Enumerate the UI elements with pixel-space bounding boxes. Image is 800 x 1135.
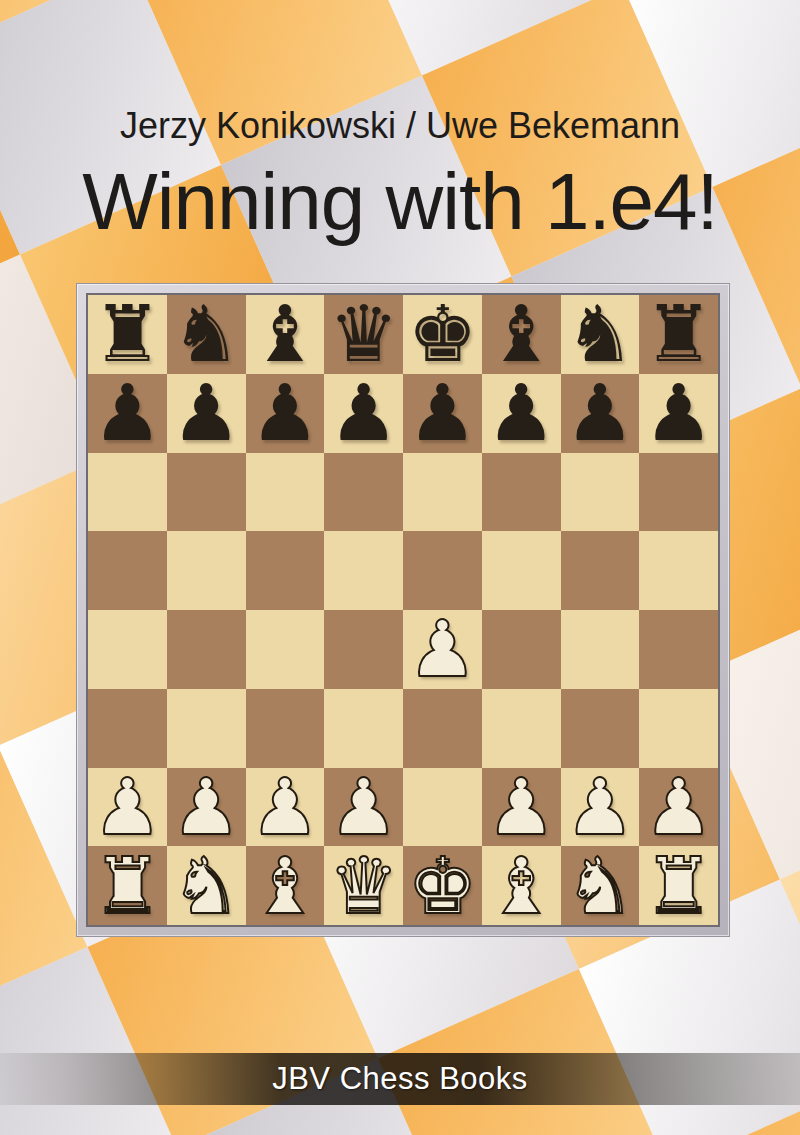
- square-d6: [324, 453, 403, 532]
- square-h5: [639, 531, 718, 610]
- square-f4: [482, 610, 561, 689]
- square-c3: [246, 689, 325, 768]
- square-a6: [88, 453, 167, 532]
- black-pawn-piece: ♟: [250, 374, 320, 452]
- square-c2: ♟: [246, 768, 325, 847]
- square-e7: ♟: [403, 374, 482, 453]
- black-queen-piece: ♛: [329, 295, 399, 373]
- black-rook-piece: ♜: [92, 295, 162, 373]
- square-a5: [88, 531, 167, 610]
- square-h3: [639, 689, 718, 768]
- square-f3: [482, 689, 561, 768]
- white-pawn-piece: ♟: [92, 768, 162, 846]
- black-king-piece: ♚: [407, 295, 477, 373]
- square-c6: [246, 453, 325, 532]
- white-bishop-piece: ♝: [486, 847, 556, 925]
- square-a4: [88, 610, 167, 689]
- square-e5: [403, 531, 482, 610]
- square-b7: ♟: [167, 374, 246, 453]
- white-pawn-piece: ♟: [486, 768, 556, 846]
- square-c1: ♝: [246, 846, 325, 925]
- square-b1: ♞: [167, 846, 246, 925]
- white-queen-piece: ♛: [329, 847, 399, 925]
- square-d4: [324, 610, 403, 689]
- square-e2: [403, 768, 482, 847]
- white-king-piece: ♚: [407, 847, 477, 925]
- book-title: Winning with 1.e4!: [0, 162, 800, 242]
- black-pawn-piece: ♟: [644, 374, 714, 452]
- chessboard-frame: ♜♞♝♛♚♝♞♜♟♟♟♟♟♟♟♟♟♟♟♟♟♟♟♟♜♞♝♛♚♝♞♜: [76, 283, 730, 937]
- black-pawn-piece: ♟: [565, 374, 635, 452]
- square-g4: [561, 610, 640, 689]
- black-pawn-piece: ♟: [329, 374, 399, 452]
- square-a1: ♜: [88, 846, 167, 925]
- black-knight-piece: ♞: [171, 295, 241, 373]
- square-f2: ♟: [482, 768, 561, 847]
- square-a2: ♟: [88, 768, 167, 847]
- square-h6: [639, 453, 718, 532]
- square-a7: ♟: [88, 374, 167, 453]
- white-pawn-piece: ♟: [250, 768, 320, 846]
- square-b8: ♞: [167, 295, 246, 374]
- square-h8: ♜: [639, 295, 718, 374]
- white-knight-piece: ♞: [565, 847, 635, 925]
- square-g7: ♟: [561, 374, 640, 453]
- square-h1: ♜: [639, 846, 718, 925]
- square-d7: ♟: [324, 374, 403, 453]
- square-d2: ♟: [324, 768, 403, 847]
- black-pawn-piece: ♟: [92, 374, 162, 452]
- white-pawn-piece: ♟: [329, 768, 399, 846]
- square-d1: ♛: [324, 846, 403, 925]
- square-h2: ♟: [639, 768, 718, 847]
- square-h7: ♟: [639, 374, 718, 453]
- square-f8: ♝: [482, 295, 561, 374]
- publisher-name: JBV Chess Books: [272, 1061, 528, 1097]
- square-f5: [482, 531, 561, 610]
- black-pawn-piece: ♟: [171, 374, 241, 452]
- book-cover: Jerzy Konikowski / Uwe Bekemann Winning …: [0, 0, 800, 1135]
- square-d8: ♛: [324, 295, 403, 374]
- black-rook-piece: ♜: [644, 295, 714, 373]
- square-b5: [167, 531, 246, 610]
- square-h4: [639, 610, 718, 689]
- square-e4: ♟: [403, 610, 482, 689]
- authors-line: Jerzy Konikowski / Uwe Bekemann: [0, 108, 800, 144]
- square-c4: [246, 610, 325, 689]
- white-pawn-piece: ♟: [407, 610, 477, 688]
- square-b2: ♟: [167, 768, 246, 847]
- white-pawn-piece: ♟: [644, 768, 714, 846]
- square-b6: [167, 453, 246, 532]
- square-g5: [561, 531, 640, 610]
- square-a8: ♜: [88, 295, 167, 374]
- square-g3: [561, 689, 640, 768]
- square-f7: ♟: [482, 374, 561, 453]
- square-d3: [324, 689, 403, 768]
- square-c5: [246, 531, 325, 610]
- square-c7: ♟: [246, 374, 325, 453]
- square-g1: ♞: [561, 846, 640, 925]
- square-e6: [403, 453, 482, 532]
- square-b3: [167, 689, 246, 768]
- square-e3: [403, 689, 482, 768]
- white-pawn-piece: ♟: [565, 768, 635, 846]
- square-d5: [324, 531, 403, 610]
- black-pawn-piece: ♟: [486, 374, 556, 452]
- white-rook-piece: ♜: [92, 847, 162, 925]
- square-b4: [167, 610, 246, 689]
- square-c8: ♝: [246, 295, 325, 374]
- chess-board: ♜♞♝♛♚♝♞♜♟♟♟♟♟♟♟♟♟♟♟♟♟♟♟♟♜♞♝♛♚♝♞♜: [86, 293, 720, 927]
- square-a3: [88, 689, 167, 768]
- black-bishop-piece: ♝: [486, 295, 556, 373]
- square-g8: ♞: [561, 295, 640, 374]
- black-bishop-piece: ♝: [250, 295, 320, 373]
- publisher-banner: JBV Chess Books: [0, 1053, 800, 1105]
- white-pawn-piece: ♟: [171, 768, 241, 846]
- black-knight-piece: ♞: [565, 295, 635, 373]
- white-rook-piece: ♜: [644, 847, 714, 925]
- white-knight-piece: ♞: [171, 847, 241, 925]
- square-f1: ♝: [482, 846, 561, 925]
- square-g2: ♟: [561, 768, 640, 847]
- black-pawn-piece: ♟: [407, 374, 477, 452]
- white-bishop-piece: ♝: [250, 847, 320, 925]
- square-e1: ♚: [403, 846, 482, 925]
- square-g6: [561, 453, 640, 532]
- square-f6: [482, 453, 561, 532]
- square-e8: ♚: [403, 295, 482, 374]
